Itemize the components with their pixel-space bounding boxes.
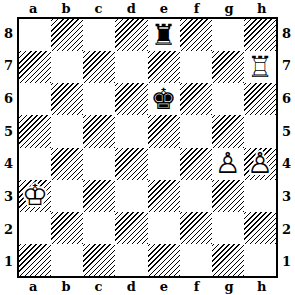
- square-c1[interactable]: [83, 244, 115, 276]
- rank-label: 1: [0, 245, 17, 278]
- square-g6[interactable]: [212, 83, 244, 115]
- rank-label: 8: [278, 17, 295, 50]
- square-f3[interactable]: [180, 180, 212, 212]
- square-d7[interactable]: [115, 51, 147, 83]
- square-c8[interactable]: [83, 19, 115, 51]
- square-b4[interactable]: [51, 148, 83, 180]
- file-labels-top: abcdefgh: [17, 0, 278, 17]
- square-c7[interactable]: [83, 51, 115, 83]
- file-label: e: [148, 278, 181, 295]
- rank-label: 3: [278, 180, 295, 213]
- square-b8[interactable]: [51, 19, 83, 51]
- piece-glyph: ♚: [148, 83, 180, 115]
- file-label: a: [17, 278, 50, 295]
- square-e4[interactable]: [148, 148, 180, 180]
- square-e7[interactable]: [148, 51, 180, 83]
- square-d6[interactable]: [115, 83, 147, 115]
- rank-label: 5: [0, 115, 17, 148]
- square-e1[interactable]: [148, 244, 180, 276]
- square-h8[interactable]: [244, 19, 276, 51]
- square-h7[interactable]: ♜♖: [244, 51, 276, 83]
- square-d4[interactable]: [115, 148, 147, 180]
- file-label: c: [82, 278, 115, 295]
- file-labels-bottom: abcdefgh: [17, 278, 278, 295]
- file-label: f: [180, 0, 213, 17]
- square-f5[interactable]: [180, 115, 212, 147]
- square-e6[interactable]: ♚♚: [148, 83, 180, 115]
- square-g7[interactable]: [212, 51, 244, 83]
- square-a8[interactable]: [19, 19, 51, 51]
- square-g8[interactable]: [212, 19, 244, 51]
- square-a1[interactable]: [19, 244, 51, 276]
- square-a3[interactable]: ♚♔: [19, 180, 51, 212]
- white-pawn: ♟♙: [244, 148, 276, 180]
- file-label: g: [213, 278, 246, 295]
- square-d8[interactable]: [115, 19, 147, 51]
- square-c5[interactable]: [83, 115, 115, 147]
- square-e3[interactable]: [148, 180, 180, 212]
- square-h4[interactable]: ♟♙: [244, 148, 276, 180]
- chess-diagram: abcdefgh abcdefgh 87654321 87654321 ♜♜♜♖…: [0, 0, 295, 295]
- square-a6[interactable]: [19, 83, 51, 115]
- square-d5[interactable]: [115, 115, 147, 147]
- square-h5[interactable]: [244, 115, 276, 147]
- file-label: h: [245, 0, 278, 17]
- square-g4[interactable]: ♟♙: [212, 148, 244, 180]
- square-h6[interactable]: [244, 83, 276, 115]
- piece-glyph: ♔: [19, 180, 51, 212]
- rank-label: 6: [0, 82, 17, 115]
- file-label: h: [245, 278, 278, 295]
- square-h3[interactable]: [244, 180, 276, 212]
- square-f7[interactable]: [180, 51, 212, 83]
- rank-label: 5: [278, 115, 295, 148]
- square-a2[interactable]: [19, 212, 51, 244]
- square-b2[interactable]: [51, 212, 83, 244]
- file-label: b: [50, 278, 83, 295]
- square-a7[interactable]: [19, 51, 51, 83]
- square-f4[interactable]: [180, 148, 212, 180]
- rank-label: 2: [0, 213, 17, 246]
- square-g3[interactable]: [212, 180, 244, 212]
- square-b5[interactable]: [51, 115, 83, 147]
- rank-label: 4: [0, 148, 17, 181]
- rank-labels-left: 87654321: [0, 17, 17, 278]
- rank-label: 8: [0, 17, 17, 50]
- square-b7[interactable]: [51, 51, 83, 83]
- square-d1[interactable]: [115, 244, 147, 276]
- black-king: ♚♚: [148, 83, 180, 115]
- square-h1[interactable]: [244, 244, 276, 276]
- rank-labels-right: 87654321: [278, 17, 295, 278]
- square-e2[interactable]: [148, 212, 180, 244]
- rank-label: 1: [278, 245, 295, 278]
- square-h2[interactable]: [244, 212, 276, 244]
- piece-glyph: ♙: [212, 148, 244, 180]
- piece-glyph: ♖: [244, 51, 276, 83]
- file-label: c: [82, 0, 115, 17]
- square-g2[interactable]: [212, 212, 244, 244]
- rank-label: 3: [0, 180, 17, 213]
- square-b1[interactable]: [51, 244, 83, 276]
- file-label: a: [17, 0, 50, 17]
- square-f2[interactable]: [180, 212, 212, 244]
- white-rook: ♜♖: [244, 51, 276, 83]
- square-c4[interactable]: [83, 148, 115, 180]
- black-rook: ♜♜: [148, 19, 180, 51]
- square-g1[interactable]: [212, 244, 244, 276]
- square-d2[interactable]: [115, 212, 147, 244]
- square-e8[interactable]: ♜♜: [148, 19, 180, 51]
- rank-label: 7: [0, 50, 17, 83]
- rank-label: 7: [278, 50, 295, 83]
- square-g5[interactable]: [212, 115, 244, 147]
- square-a5[interactable]: [19, 115, 51, 147]
- file-label: d: [115, 278, 148, 295]
- square-c2[interactable]: [83, 212, 115, 244]
- chess-board: ♜♜♜♖♚♚♟♙♟♙♚♔: [17, 17, 278, 278]
- square-f6[interactable]: [180, 83, 212, 115]
- square-f1[interactable]: [180, 244, 212, 276]
- square-f8[interactable]: [180, 19, 212, 51]
- square-d3[interactable]: [115, 180, 147, 212]
- square-e5[interactable]: [148, 115, 180, 147]
- file-label: e: [148, 0, 181, 17]
- square-c6[interactable]: [83, 83, 115, 115]
- file-label: g: [213, 0, 246, 17]
- piece-glyph: ♜: [148, 19, 180, 51]
- rank-label: 4: [278, 148, 295, 181]
- file-label: d: [115, 0, 148, 17]
- square-b3[interactable]: [51, 180, 83, 212]
- file-label: b: [50, 0, 83, 17]
- white-pawn: ♟♙: [212, 148, 244, 180]
- square-c3[interactable]: [83, 180, 115, 212]
- rank-label: 6: [278, 82, 295, 115]
- file-label: f: [180, 278, 213, 295]
- rank-label: 2: [278, 213, 295, 246]
- square-a4[interactable]: [19, 148, 51, 180]
- piece-glyph: ♙: [244, 148, 276, 180]
- white-king: ♚♔: [19, 180, 51, 212]
- square-b6[interactable]: [51, 83, 83, 115]
